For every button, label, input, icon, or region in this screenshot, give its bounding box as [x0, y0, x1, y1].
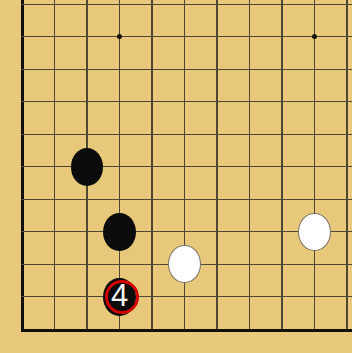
black-stone: [103, 213, 136, 251]
go-board[interactable]: 4: [0, 0, 352, 353]
white-stone: [298, 213, 331, 251]
intersection-f3: [168, 248, 201, 281]
black-stone: [71, 148, 104, 186]
intersection-d4: [103, 216, 136, 249]
intersection-d2: 4: [103, 281, 136, 314]
white-stone: [168, 245, 201, 283]
intersection-grid: 4: [6, 0, 352, 346]
intersection-c6: [71, 151, 104, 184]
go-diagram: 4: [0, 0, 352, 353]
intersection-k4: [298, 216, 331, 249]
move-4-stone: 4: [103, 278, 136, 316]
move-number-label: 4: [111, 280, 128, 311]
